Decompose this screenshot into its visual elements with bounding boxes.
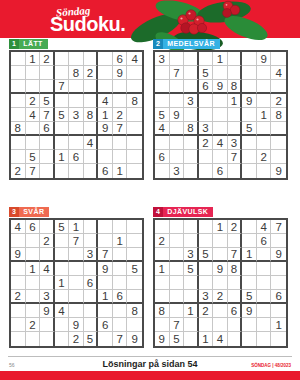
sudoku-cell: [26, 234, 41, 248]
sudoku-cell: [199, 276, 214, 290]
sudoku-cell: [11, 52, 26, 66]
sudoku-cell: 9: [155, 332, 170, 346]
sudoku-cell: [11, 276, 26, 290]
sudoku-cell: [127, 248, 142, 262]
sudoku-cell: 1: [55, 150, 70, 164]
sudoku-cell: [213, 234, 228, 248]
sudoku-cell: 4: [98, 94, 113, 108]
sudoku-cell: [84, 80, 99, 94]
sudoku-cell: [242, 220, 257, 234]
sudoku-cell: [271, 276, 286, 290]
sudoku-cell: 5: [55, 108, 70, 122]
sudoku-cell: [228, 234, 243, 248]
sudoku-cell: 1: [184, 304, 199, 318]
sudoku-cell: 5: [40, 94, 55, 108]
sudoku-cell: 4: [155, 122, 170, 136]
sudoku-cell: [113, 150, 128, 164]
sudoku-cell: [184, 108, 199, 122]
sudoku-cell: [55, 52, 70, 66]
sudoku-cell: [84, 304, 99, 318]
sudoku-cell: [84, 234, 99, 248]
sudoku-cell: 9: [213, 262, 228, 276]
sudoku-cell: [257, 290, 272, 304]
sudoku-cell: 4: [11, 220, 26, 234]
sudoku-cell: [257, 318, 272, 332]
sudoku-cell: 9: [271, 248, 286, 262]
sudoku-cell: 9: [69, 318, 84, 332]
sudoku-cell: [84, 220, 99, 234]
footer-bar: [0, 371, 300, 380]
sudoku-cell: [155, 66, 170, 80]
sudoku-cell: [98, 304, 113, 318]
sudoku-cell: [127, 80, 142, 94]
sudoku-cell: [127, 290, 142, 304]
sudoku-cell: 5: [242, 290, 257, 304]
sudoku-cell: [84, 150, 99, 164]
sudoku-cell: [213, 150, 228, 164]
sudoku-cell: [242, 136, 257, 150]
sudoku-cell: [155, 80, 170, 94]
sudoku-cell: 6: [98, 318, 113, 332]
sudoku-cell: [184, 276, 199, 290]
sudoku-cell: [170, 234, 185, 248]
sudoku-cell: 6: [98, 164, 113, 178]
puzzle-badge-label-3: SVÅR: [19, 207, 49, 217]
sudoku-cell: [271, 304, 286, 318]
sudoku-cell: [170, 220, 185, 234]
sudoku-cell: [155, 318, 170, 332]
sudoku-cell: 6: [257, 234, 272, 248]
sudoku-cell: [127, 164, 142, 178]
sudoku-cell: 7: [113, 122, 128, 136]
sudoku-cell: 7: [55, 80, 70, 94]
sudoku-cell: [271, 150, 286, 164]
sudoku-cell: 3: [199, 290, 214, 304]
sudoku-cell: [26, 136, 41, 150]
sudoku-cell: [155, 290, 170, 304]
sudoku-grid-1: 1264829725484753812869745162761: [9, 50, 144, 180]
sudoku-cell: [257, 94, 272, 108]
sudoku-cell: [11, 80, 26, 94]
sudoku-cell: 9: [11, 248, 26, 262]
puzzle-4: 4 DJÄVULSK 12472635719159832568126971951…: [153, 207, 289, 348]
sudoku-cell: [69, 304, 84, 318]
sudoku-cell: 2: [271, 94, 286, 108]
sudoku-cell: 7: [113, 332, 128, 346]
puzzle-3: 3 SVÅR 465127193714951623169482962579: [9, 207, 145, 348]
sudoku-cell: 2: [11, 290, 26, 304]
sudoku-cell: 2: [199, 304, 214, 318]
sudoku-cell: [184, 66, 199, 80]
sudoku-cell: 3: [184, 248, 199, 262]
sudoku-cell: [127, 276, 142, 290]
sudoku-cell: 7: [40, 108, 55, 122]
sudoku-cell: [155, 136, 170, 150]
sudoku-cell: [213, 318, 228, 332]
sudoku-cell: [257, 262, 272, 276]
sudoku-cell: 8: [127, 94, 142, 108]
sudoku-cell: [199, 220, 214, 234]
sudoku-cell: [271, 52, 286, 66]
sudoku-cell: 2: [40, 52, 55, 66]
sudoku-cell: [184, 234, 199, 248]
sudoku-cell: [257, 304, 272, 318]
puzzle-2: 2 MEDELSVÅR 3197546983192591848352436723…: [153, 39, 289, 180]
sudoku-cell: 3: [69, 108, 84, 122]
sudoku-cell: [127, 66, 142, 80]
sudoku-cell: [257, 122, 272, 136]
sudoku-cell: [199, 52, 214, 66]
magazine-page: Söndag Sudoku.: [0, 0, 300, 380]
sudoku-cell: [98, 332, 113, 346]
sudoku-cell: 9: [127, 332, 142, 346]
sudoku-cell: [242, 276, 257, 290]
sudoku-cell: [155, 220, 170, 234]
sudoku-cell: [11, 304, 26, 318]
sudoku-cell: [11, 318, 26, 332]
sudoku-cell: [26, 248, 41, 262]
sudoku-cell: [170, 94, 185, 108]
sudoku-cell: 1: [98, 290, 113, 304]
sudoku-cell: [55, 94, 70, 108]
sudoku-cell: 3: [155, 52, 170, 66]
sudoku-cell: [26, 332, 41, 346]
sudoku-cell: [184, 164, 199, 178]
sudoku-cell: [257, 276, 272, 290]
sudoku-cell: [40, 220, 55, 234]
sudoku-cell: [199, 150, 214, 164]
sudoku-cell: [55, 136, 70, 150]
sudoku-cell: 9: [170, 108, 185, 122]
sudoku-cell: [84, 318, 99, 332]
sudoku-cell: [271, 122, 286, 136]
sudoku-cell: [55, 332, 70, 346]
sudoku-cell: [184, 80, 199, 94]
sudoku-cell: 5: [155, 108, 170, 122]
sudoku-cell: [257, 80, 272, 94]
sudoku-cell: 5: [242, 122, 257, 136]
sudoku-cell: 6: [213, 164, 228, 178]
sudoku-cell: [11, 234, 26, 248]
sudoku-cell: 1: [155, 262, 170, 276]
sudoku-cell: [155, 94, 170, 108]
sudoku-cell: 1: [26, 262, 41, 276]
sudoku-cell: 1: [213, 52, 228, 66]
puzzle-badge-label-2: MEDELSVÅR: [163, 39, 220, 49]
sudoku-cell: [40, 248, 55, 262]
sudoku-cell: [170, 52, 185, 66]
sudoku-cell: 5: [199, 248, 214, 262]
sudoku-cell: [228, 122, 243, 136]
sudoku-cell: [213, 304, 228, 318]
footer-rule: [8, 356, 292, 357]
sudoku-cell: [69, 290, 84, 304]
sudoku-cell: [69, 136, 84, 150]
sudoku-cell: 2: [84, 66, 99, 80]
sudoku-cell: 2: [69, 332, 84, 346]
sudoku-cell: [242, 318, 257, 332]
sudoku-cell: 1: [257, 108, 272, 122]
sudoku-cell: 2: [199, 136, 214, 150]
sudoku-cell: [11, 136, 26, 150]
sudoku-cell: [26, 290, 41, 304]
sudoku-cell: 2: [11, 164, 26, 178]
sudoku-cell: 9: [98, 122, 113, 136]
sudoku-cell: [213, 94, 228, 108]
sudoku-cell: [11, 332, 26, 346]
sudoku-cell: [11, 94, 26, 108]
sudoku-cell: [271, 262, 286, 276]
sudoku-cell: 7: [228, 150, 243, 164]
sudoku-cell: [257, 164, 272, 178]
sudoku-cell: [242, 164, 257, 178]
sudoku-cell: [127, 108, 142, 122]
sudoku-cell: [40, 276, 55, 290]
sudoku-cell: [69, 94, 84, 108]
sudoku-cell: 1: [199, 332, 214, 346]
sudoku-cell: 8: [228, 80, 243, 94]
sudoku-cell: [113, 318, 128, 332]
sudoku-cell: [40, 150, 55, 164]
sudoku-cell: [55, 290, 70, 304]
puzzle-badge-label-4: DJÄVULSK: [163, 207, 213, 217]
sudoku-cell: 4: [26, 108, 41, 122]
sudoku-cell: 6: [113, 290, 128, 304]
sudoku-cell: 1: [26, 52, 41, 66]
sudoku-cell: [199, 262, 214, 276]
sudoku-cell: [199, 234, 214, 248]
sudoku-cell: [113, 276, 128, 290]
sudoku-cell: [11, 262, 26, 276]
difficulty-badge-2: 2 MEDELSVÅR: [153, 39, 220, 49]
sudoku-cell: [155, 276, 170, 290]
sudoku-cell: 2: [257, 150, 272, 164]
sudoku-cell: 9: [113, 66, 128, 80]
sudoku-cell: 1: [213, 220, 228, 234]
sudoku-cell: [184, 52, 199, 66]
sudoku-cell: 3: [84, 248, 99, 262]
sudoku-cell: 2: [113, 108, 128, 122]
sudoku-cell: 4: [213, 136, 228, 150]
sudoku-cell: [40, 136, 55, 150]
sudoku-cell: [69, 122, 84, 136]
sudoku-cell: [228, 66, 243, 80]
sudoku-cell: [40, 318, 55, 332]
sudoku-cell: [113, 136, 128, 150]
sudoku-cell: [213, 248, 228, 262]
sudoku-cell: 6: [26, 220, 41, 234]
sudoku-cell: [170, 136, 185, 150]
sudoku-cell: [170, 276, 185, 290]
sudoku-cell: [242, 108, 257, 122]
puzzle-badge-num-4: 4: [153, 207, 163, 217]
sudoku-cell: [127, 318, 142, 332]
sudoku-cell: 6: [271, 290, 286, 304]
sudoku-cell: [55, 122, 70, 136]
sudoku-cell: [113, 248, 128, 262]
sudoku-cell: [69, 80, 84, 94]
sudoku-cell: 4: [84, 136, 99, 150]
sudoku-cell: [40, 332, 55, 346]
sudoku-cell: [98, 276, 113, 290]
sudoku-cell: [199, 94, 214, 108]
sudoku-cell: [26, 66, 41, 80]
difficulty-badge-1: 1 LÄTT: [9, 39, 48, 49]
sudoku-cell: 2: [155, 234, 170, 248]
sudoku-cell: 8: [271, 108, 286, 122]
sudoku-cell: [257, 136, 272, 150]
sudoku-cell: 3: [40, 290, 55, 304]
sudoku-cell: [242, 234, 257, 248]
sudoku-cell: 7: [170, 318, 185, 332]
sudoku-cell: [11, 150, 26, 164]
sudoku-cell: [242, 332, 257, 346]
sudoku-cell: [271, 234, 286, 248]
sudoku-cell: [84, 94, 99, 108]
sudoku-cell: [228, 332, 243, 346]
sudoku-cell: 7: [271, 220, 286, 234]
sudoku-cell: [26, 276, 41, 290]
sudoku-cell: [170, 150, 185, 164]
sudoku-cell: [98, 80, 113, 94]
sudoku-cell: [228, 290, 243, 304]
sudoku-cell: 4: [271, 66, 286, 80]
puzzle-badge-label-1: LÄTT: [19, 39, 47, 49]
sudoku-cell: 2: [26, 318, 41, 332]
sudoku-cell: 8: [69, 66, 84, 80]
sudoku-cell: [228, 164, 243, 178]
sudoku-cell: 2: [40, 234, 55, 248]
sudoku-cell: 6: [84, 276, 99, 290]
sudoku-cell: 5: [55, 220, 70, 234]
sudoku-cell: [213, 276, 228, 290]
sudoku-cell: 1: [55, 276, 70, 290]
sudoku-cell: 3: [170, 164, 185, 178]
sudoku-cell: 1: [69, 220, 84, 234]
sudoku-cell: [55, 164, 70, 178]
masthead: Söndag Sudoku.: [50, 5, 125, 34]
sudoku-cell: [26, 304, 41, 318]
sudoku-cell: [184, 220, 199, 234]
sudoku-cell: [11, 66, 26, 80]
sudoku-cell: [98, 52, 113, 66]
sudoku-cell: 2: [26, 94, 41, 108]
sudoku-cell: 8: [184, 122, 199, 136]
sudoku-cell: [213, 108, 228, 122]
difficulty-badge-3: 3 SVÅR: [9, 207, 49, 217]
sudoku-cell: [55, 262, 70, 276]
sudoku-cell: [242, 80, 257, 94]
sudoku-cell: 9: [40, 304, 55, 318]
sudoku-cell: [113, 94, 128, 108]
sudoku-cell: [55, 248, 70, 262]
sudoku-cell: [170, 122, 185, 136]
sudoku-cell: [69, 164, 84, 178]
sudoku-cell: 5: [127, 262, 142, 276]
sudoku-cell: 7: [98, 248, 113, 262]
sudoku-cell: [40, 164, 55, 178]
sudoku-cell: 1: [228, 94, 243, 108]
sudoku-cell: [184, 332, 199, 346]
sudoku-cell: [199, 108, 214, 122]
difficulty-badge-4: 4 DJÄVULSK: [153, 207, 213, 217]
sudoku-cell: 3: [199, 122, 214, 136]
sudoku-cell: [228, 276, 243, 290]
sudoku-cell: [228, 52, 243, 66]
sudoku-grid-2: 319754698319259184835243672369: [153, 50, 288, 180]
sudoku-cell: [84, 52, 99, 66]
sudoku-cell: [26, 80, 41, 94]
sudoku-cell: [113, 220, 128, 234]
sudoku-cell: [40, 80, 55, 94]
sudoku-cell: [184, 290, 199, 304]
issue-label: SÖNDAG | 48/2023: [251, 363, 291, 368]
sudoku-cell: [127, 150, 142, 164]
sudoku-cell: 2: [213, 290, 228, 304]
sudoku-cell: 6: [228, 304, 243, 318]
sudoku-cell: 4: [40, 262, 55, 276]
sudoku-cell: [98, 150, 113, 164]
sudoku-cell: 1: [271, 318, 286, 332]
sudoku-cell: 5: [170, 332, 185, 346]
sudoku-cell: [113, 80, 128, 94]
sudoku-cell: [184, 318, 199, 332]
sudoku-cell: 6: [113, 52, 128, 66]
puzzle-badge-num-1: 1: [9, 39, 19, 49]
sudoku-cell: [170, 262, 185, 276]
sudoku-cell: [155, 164, 170, 178]
sudoku-cell: [98, 136, 113, 150]
sudoku-cell: 2: [228, 220, 243, 234]
sudoku-cell: [257, 332, 272, 346]
sudoku-cell: 4: [127, 52, 142, 66]
sudoku-cell: 6: [40, 122, 55, 136]
sudoku-cell: [84, 290, 99, 304]
sudoku-cell: [228, 108, 243, 122]
sudoku-cell: 7: [69, 234, 84, 248]
sudoku-cell: [84, 164, 99, 178]
sudoku-cell: 1: [113, 234, 128, 248]
sudoku-grid-3: 465127193714951623169482962579: [9, 218, 144, 348]
sudoku-cell: 7: [170, 66, 185, 80]
sudoku-cell: 9: [271, 164, 286, 178]
sudoku-cell: [69, 248, 84, 262]
sudoku-cell: [127, 122, 142, 136]
sudoku-cell: [69, 276, 84, 290]
puzzle-badge-num-2: 2: [153, 39, 163, 49]
sudoku-cell: [242, 262, 257, 276]
sudoku-cell: [271, 80, 286, 94]
sudoku-cell: 9: [242, 94, 257, 108]
sudoku-cell: 6: [199, 80, 214, 94]
sudoku-cell: 9: [257, 52, 272, 66]
sudoku-cell: [113, 262, 128, 276]
sudoku-cell: [271, 332, 286, 346]
sudoku-cell: [69, 52, 84, 66]
sudoku-cell: [55, 66, 70, 80]
sudoku-cell: [155, 248, 170, 262]
sudoku-cell: [242, 150, 257, 164]
sudoku-cell: [11, 108, 26, 122]
sudoku-cell: [257, 248, 272, 262]
sudoku-cell: [69, 262, 84, 276]
sudoku-cell: 8: [228, 262, 243, 276]
sudoku-cell: [55, 234, 70, 248]
sudoku-cell: [257, 66, 272, 80]
sudoku-cell: [242, 52, 257, 66]
sudoku-cell: [199, 164, 214, 178]
sudoku-cell: [170, 80, 185, 94]
